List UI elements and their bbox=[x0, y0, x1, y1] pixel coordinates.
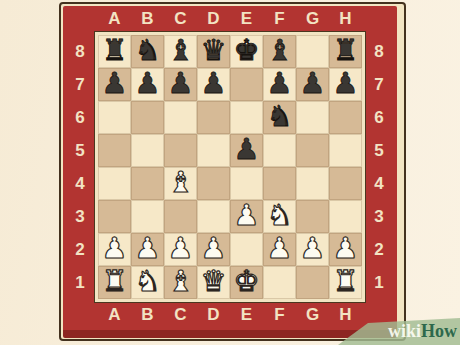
file-label-top-f: F bbox=[263, 7, 296, 31]
piece-white-king-e1: ♚ bbox=[234, 267, 260, 296]
file-label-top-b: B bbox=[131, 7, 164, 31]
square-g8 bbox=[296, 35, 329, 68]
piece-black-pawn-b7: ♟ bbox=[135, 69, 161, 98]
square-e3: ♟ bbox=[230, 200, 263, 233]
rank-label-right-6: 6 bbox=[366, 101, 392, 134]
piece-white-pawn-c2: ♟ bbox=[168, 234, 194, 263]
square-f8: ♝ bbox=[263, 35, 296, 68]
wikihow-chess-illustration: ABCDEFGH ABCDEFGH 87654321 87654321 ♜♞♝♛… bbox=[0, 0, 460, 345]
file-label-bottom-c: C bbox=[164, 303, 197, 327]
piece-white-rook-h1: ♜ bbox=[333, 267, 359, 296]
square-f6: ♞ bbox=[263, 101, 296, 134]
square-e8: ♚ bbox=[230, 35, 263, 68]
square-d3 bbox=[197, 200, 230, 233]
square-b8: ♞ bbox=[131, 35, 164, 68]
piece-black-pawn-g7: ♟ bbox=[300, 69, 326, 98]
chess-board: ABCDEFGH ABCDEFGH 87654321 87654321 ♜♞♝♛… bbox=[59, 2, 406, 341]
square-e1: ♚ bbox=[230, 266, 263, 299]
file-label-top-c: C bbox=[164, 7, 197, 31]
file-label-top-d: D bbox=[197, 7, 230, 31]
square-g1 bbox=[296, 266, 329, 299]
square-f1 bbox=[263, 266, 296, 299]
rank-label-left-2: 2 bbox=[67, 233, 93, 266]
piece-black-pawn-e5: ♟ bbox=[234, 135, 260, 164]
square-b6 bbox=[131, 101, 164, 134]
piece-white-pawn-a2: ♟ bbox=[102, 234, 128, 263]
square-g3 bbox=[296, 200, 329, 233]
file-label-bottom-g: G bbox=[296, 303, 329, 327]
square-b1: ♞ bbox=[131, 266, 164, 299]
square-a6 bbox=[98, 101, 131, 134]
piece-black-pawn-d7: ♟ bbox=[201, 69, 227, 98]
piece-black-bishop-f8: ♝ bbox=[267, 36, 293, 65]
piece-white-pawn-e3: ♟ bbox=[234, 201, 260, 230]
square-h2: ♟ bbox=[329, 233, 362, 266]
wikihow-watermark-wiki: wiki bbox=[388, 321, 421, 342]
piece-white-pawn-f2: ♟ bbox=[267, 234, 293, 263]
file-label-bottom-d: D bbox=[197, 303, 230, 327]
square-h7: ♟ bbox=[329, 68, 362, 101]
rank-label-left-1: 1 bbox=[67, 266, 93, 299]
rank-label-left-8: 8 bbox=[67, 35, 93, 68]
square-a7: ♟ bbox=[98, 68, 131, 101]
square-f3: ♞ bbox=[263, 200, 296, 233]
piece-white-pawn-b2: ♟ bbox=[135, 234, 161, 263]
piece-black-pawn-c7: ♟ bbox=[168, 69, 194, 98]
rank-label-right-3: 3 bbox=[366, 200, 392, 233]
square-c3 bbox=[164, 200, 197, 233]
rank-label-right-4: 4 bbox=[366, 167, 392, 200]
square-d4 bbox=[197, 167, 230, 200]
piece-white-queen-d1: ♛ bbox=[201, 267, 227, 296]
file-label-bottom-b: B bbox=[131, 303, 164, 327]
piece-black-pawn-h7: ♟ bbox=[333, 69, 359, 98]
square-c8: ♝ bbox=[164, 35, 197, 68]
rank-labels-right: 87654321 bbox=[366, 35, 392, 299]
piece-white-bishop-c4: ♝ bbox=[168, 168, 194, 197]
piece-white-bishop-c1: ♝ bbox=[168, 267, 194, 296]
square-f2: ♟ bbox=[263, 233, 296, 266]
square-c1: ♝ bbox=[164, 266, 197, 299]
square-e6 bbox=[230, 101, 263, 134]
piece-white-knight-b1: ♞ bbox=[135, 267, 161, 296]
rank-label-right-5: 5 bbox=[366, 134, 392, 167]
file-label-top-h: H bbox=[329, 7, 362, 31]
file-label-top-e: E bbox=[230, 7, 263, 31]
square-b5 bbox=[131, 134, 164, 167]
rank-label-right-2: 2 bbox=[366, 233, 392, 266]
piece-black-rook-a8: ♜ bbox=[102, 36, 128, 65]
square-h1: ♜ bbox=[329, 266, 362, 299]
square-h4 bbox=[329, 167, 362, 200]
rank-label-left-3: 3 bbox=[67, 200, 93, 233]
wikihow-watermark-how: How bbox=[421, 321, 457, 342]
square-g7: ♟ bbox=[296, 68, 329, 101]
square-c4: ♝ bbox=[164, 167, 197, 200]
file-label-top-a: A bbox=[98, 7, 131, 31]
rank-label-left-6: 6 bbox=[67, 101, 93, 134]
square-f4 bbox=[263, 167, 296, 200]
square-a4 bbox=[98, 167, 131, 200]
piece-white-knight-f3: ♞ bbox=[267, 201, 293, 230]
square-g6 bbox=[296, 101, 329, 134]
piece-white-rook-a1: ♜ bbox=[102, 267, 128, 296]
square-d8: ♛ bbox=[197, 35, 230, 68]
square-a1: ♜ bbox=[98, 266, 131, 299]
square-h3 bbox=[329, 200, 362, 233]
square-d6 bbox=[197, 101, 230, 134]
square-g2: ♟ bbox=[296, 233, 329, 266]
piece-black-queen-d8: ♛ bbox=[201, 36, 227, 65]
square-a2: ♟ bbox=[98, 233, 131, 266]
square-e2 bbox=[230, 233, 263, 266]
square-d1: ♛ bbox=[197, 266, 230, 299]
square-b7: ♟ bbox=[131, 68, 164, 101]
square-d2: ♟ bbox=[197, 233, 230, 266]
square-a3 bbox=[98, 200, 131, 233]
piece-white-pawn-d2: ♟ bbox=[201, 234, 227, 263]
square-h5 bbox=[329, 134, 362, 167]
square-e4 bbox=[230, 167, 263, 200]
piece-black-rook-h8: ♜ bbox=[333, 36, 359, 65]
square-c5 bbox=[164, 134, 197, 167]
square-a5 bbox=[98, 134, 131, 167]
square-c7: ♟ bbox=[164, 68, 197, 101]
square-c6 bbox=[164, 101, 197, 134]
square-h8: ♜ bbox=[329, 35, 362, 68]
file-label-bottom-e: E bbox=[230, 303, 263, 327]
piece-black-pawn-f7: ♟ bbox=[267, 69, 293, 98]
file-labels-top: ABCDEFGH bbox=[98, 7, 362, 31]
piece-black-knight-f6: ♞ bbox=[267, 102, 293, 131]
square-b3 bbox=[131, 200, 164, 233]
square-c2: ♟ bbox=[164, 233, 197, 266]
square-d7: ♟ bbox=[197, 68, 230, 101]
piece-black-knight-b8: ♞ bbox=[135, 36, 161, 65]
square-f7: ♟ bbox=[263, 68, 296, 101]
square-b2: ♟ bbox=[131, 233, 164, 266]
rank-labels-left: 87654321 bbox=[67, 35, 93, 299]
rank-label-left-7: 7 bbox=[67, 68, 93, 101]
rank-label-right-1: 1 bbox=[366, 266, 392, 299]
square-b4 bbox=[131, 167, 164, 200]
file-label-bottom-f: F bbox=[263, 303, 296, 327]
file-label-bottom-a: A bbox=[98, 303, 131, 327]
square-g4 bbox=[296, 167, 329, 200]
square-a8: ♜ bbox=[98, 35, 131, 68]
file-labels-bottom: ABCDEFGH bbox=[98, 303, 362, 327]
square-f5 bbox=[263, 134, 296, 167]
piece-black-bishop-c8: ♝ bbox=[168, 36, 194, 65]
square-d5 bbox=[197, 134, 230, 167]
file-label-top-g: G bbox=[296, 7, 329, 31]
piece-black-pawn-a7: ♟ bbox=[102, 69, 128, 98]
file-label-bottom-h: H bbox=[329, 303, 362, 327]
square-h6 bbox=[329, 101, 362, 134]
rank-label-right-8: 8 bbox=[366, 35, 392, 68]
rank-label-left-4: 4 bbox=[67, 167, 93, 200]
square-g5 bbox=[296, 134, 329, 167]
rank-label-left-5: 5 bbox=[67, 134, 93, 167]
square-e7 bbox=[230, 68, 263, 101]
rank-label-right-7: 7 bbox=[366, 68, 392, 101]
piece-black-king-e8: ♚ bbox=[234, 36, 260, 65]
piece-white-pawn-g2: ♟ bbox=[300, 234, 326, 263]
board-squares: ♜♞♝♛♚♝♜♟♟♟♟♟♟♟♞♟♝♟♞♟♟♟♟♟♟♟♜♞♝♛♚♜ bbox=[95, 32, 365, 302]
piece-white-pawn-h2: ♟ bbox=[333, 234, 359, 263]
square-e5: ♟ bbox=[230, 134, 263, 167]
